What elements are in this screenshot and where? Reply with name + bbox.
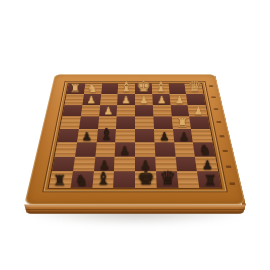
piece-white-knight: ♞ (84, 82, 101, 94)
square-h6: ♟ (188, 105, 208, 117)
square-b4: ♟ (77, 129, 98, 142)
piece-white-rook: ♜ (173, 116, 192, 129)
square-a3 (55, 142, 77, 156)
piece-black-pawn: ♟ (115, 144, 135, 156)
square-a5 (60, 116, 81, 128)
square-f4: ♟ (154, 129, 174, 142)
square-d4 (116, 129, 135, 142)
square-a7 (65, 94, 84, 105)
square-f1: ♛ (156, 171, 178, 187)
piece-white-bishop: ♝ (118, 80, 135, 94)
piece-black-rook: ♜ (200, 172, 222, 187)
square-c6: ♟ (99, 105, 118, 117)
rank-mark (214, 108, 219, 110)
piece-white-queen: ♛ (186, 79, 203, 94)
square-e3 (135, 142, 155, 156)
square-e6 (135, 105, 153, 117)
square-d1 (113, 171, 135, 187)
square-g8 (168, 83, 186, 93)
photo-background: ♜♞♝♚♝♛♟♟♟♟♟♟♟♜♟♝♟♟♟♞♟♟♟♜♞♝♚♛♜ (0, 0, 270, 270)
piece-black-rook: ♜ (49, 172, 71, 187)
square-c8 (101, 83, 119, 93)
piece-white-rook: ♜ (67, 82, 84, 94)
square-b6 (81, 105, 100, 117)
square-e5 (135, 116, 154, 128)
square-d3: ♟ (115, 142, 135, 156)
square-f8: ♝ (152, 83, 170, 93)
square-c3 (95, 142, 116, 156)
piece-white-pawn: ♟ (82, 94, 100, 104)
square-a8: ♜ (67, 83, 86, 93)
box-front-edge (24, 204, 246, 213)
square-g7: ♟ (169, 94, 188, 105)
square-d5 (116, 116, 135, 128)
piece-black-knight: ♞ (70, 172, 92, 187)
piece-black-bishop: ♝ (92, 170, 114, 187)
rank-mark (219, 134, 225, 136)
board-inlay-border: ♜♞♝♚♝♛♟♟♟♟♟♟♟♜♟♝♟♟♟♞♟♟♟♜♞♝♚♛♜ (42, 81, 228, 192)
chess-box-frame: ♜♞♝♚♝♛♟♟♟♟♟♟♟♜♟♝♟♟♟♞♟♟♟♜♞♝♚♛♜ (24, 74, 246, 204)
piece-black-pawn: ♟ (197, 159, 218, 171)
square-d6 (117, 105, 135, 117)
square-d7: ♟ (117, 94, 135, 105)
rank-mark (209, 85, 214, 87)
piece-black-queen: ♛ (157, 169, 179, 187)
rank-mark (222, 149, 228, 151)
piece-black-pawn: ♟ (174, 130, 193, 141)
piece-black-pawn: ♟ (154, 130, 173, 141)
square-a1: ♜ (49, 171, 73, 187)
square-h7 (186, 94, 205, 105)
square-h8: ♛ (185, 83, 204, 93)
square-e4 (135, 129, 154, 142)
square-d2 (114, 156, 135, 171)
piece-white-pawn: ♟ (117, 94, 135, 104)
rank-mark (216, 121, 221, 123)
square-g5: ♜ (171, 116, 191, 128)
piece-black-king: ♚ (135, 168, 157, 188)
square-d8: ♝ (118, 83, 135, 93)
piece-white-pawn: ♟ (99, 105, 117, 116)
square-c4: ♝ (96, 129, 116, 142)
square-b7: ♟ (82, 94, 101, 105)
piece-black-bishop: ♝ (96, 126, 115, 142)
rank-mark (226, 165, 232, 167)
piece-white-pawn: ♟ (170, 94, 188, 104)
square-e1: ♚ (135, 171, 157, 187)
square-f3 (154, 142, 175, 156)
square-g4: ♟ (173, 129, 194, 142)
chess-board: ♜♞♝♚♝♛♟♟♟♟♟♟♟♜♟♝♟♟♟♞♟♟♟♜♞♝♚♛♜ (48, 83, 223, 188)
piece-white-pawn: ♟ (135, 94, 153, 104)
rank-mark (229, 182, 235, 185)
square-f5 (153, 116, 172, 128)
piece-black-pawn: ♟ (77, 130, 96, 141)
square-a4 (57, 129, 78, 142)
square-a2 (52, 156, 75, 171)
square-g3 (174, 142, 195, 156)
square-c1: ♝ (92, 171, 114, 187)
square-b1: ♞ (70, 171, 93, 187)
piece-black-knight: ♞ (195, 142, 215, 156)
rank-mark (211, 96, 216, 98)
piece-white-pawn: ♟ (153, 94, 171, 104)
square-g2 (175, 156, 197, 171)
square-c7 (100, 94, 118, 105)
board-tilt: ♜♞♝♚♝♛♟♟♟♟♟♟♟♜♟♝♟♟♟♞♟♟♟♜♞♝♚♛♜ (24, 74, 246, 204)
piece-white-bishop: ♝ (152, 80, 169, 94)
square-a6 (62, 105, 82, 117)
square-h3: ♞ (193, 142, 215, 156)
square-b2 (73, 156, 95, 171)
square-h2: ♟ (195, 156, 218, 171)
square-f7: ♟ (152, 94, 170, 105)
piece-white-king: ♚ (135, 78, 152, 93)
square-b3 (75, 142, 96, 156)
square-h5 (189, 116, 210, 128)
square-b5 (79, 116, 99, 128)
square-f6 (153, 105, 172, 117)
square-g1 (177, 171, 200, 187)
square-h1: ♜ (197, 171, 221, 187)
square-b8: ♞ (84, 83, 102, 93)
square-e7: ♟ (135, 94, 153, 105)
square-h4 (191, 129, 212, 142)
square-e8: ♚ (135, 83, 152, 93)
piece-white-pawn: ♟ (189, 105, 207, 116)
